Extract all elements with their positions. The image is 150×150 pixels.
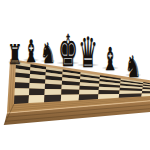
piece-black-rook-a8: ♜ — [7, 41, 22, 68]
chess-set-product-photo: ♜♝♞♚♛♝♞ — [0, 0, 150, 150]
piece-black-bishop-b8: ♝ — [23, 36, 39, 67]
piece-black-knight-g8: ♞ — [125, 52, 142, 82]
piece-black-knight-c8: ♞ — [40, 39, 56, 68]
piece-black-king-d8: ♚ — [58, 29, 78, 73]
pieces-layer: ♜♝♞♚♛♝♞ — [0, 0, 150, 150]
piece-black-bishop-f8: ♝ — [102, 43, 119, 75]
piece-black-queen-e8: ♛ — [78, 32, 98, 74]
